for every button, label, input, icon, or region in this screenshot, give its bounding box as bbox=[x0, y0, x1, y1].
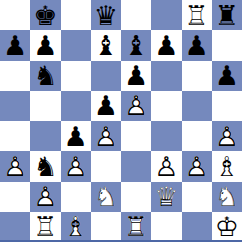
square-c1[interactable]: ♝♗ bbox=[61, 212, 91, 242]
square-g1[interactable] bbox=[182, 212, 212, 242]
square-f7[interactable]: ♟ bbox=[151, 30, 181, 60]
white-rook[interactable]: ♖ bbox=[182, 0, 212, 30]
square-b5[interactable] bbox=[30, 91, 60, 121]
square-a7[interactable]: ♟ bbox=[0, 30, 30, 60]
white-pawn-fill: ♟ bbox=[121, 91, 151, 121]
square-e5[interactable]: ♟♙ bbox=[121, 91, 151, 121]
white-knight-fill: ♞ bbox=[91, 182, 121, 212]
square-e3[interactable] bbox=[121, 151, 151, 181]
white-queen-fill: ♛ bbox=[151, 182, 181, 212]
square-b8[interactable]: ♚ bbox=[30, 0, 60, 30]
square-c7[interactable] bbox=[61, 30, 91, 60]
square-g3[interactable]: ♟♙ bbox=[182, 151, 212, 181]
white-knight[interactable]: ♘ bbox=[212, 182, 242, 212]
square-d3[interactable] bbox=[91, 151, 121, 181]
square-h7[interactable] bbox=[212, 30, 242, 60]
square-e4[interactable] bbox=[121, 121, 151, 151]
square-g6[interactable] bbox=[182, 61, 212, 91]
square-h4[interactable]: ♟♙ bbox=[212, 121, 242, 151]
white-rook-fill: ♜ bbox=[30, 212, 60, 242]
white-pawn[interactable]: ♙ bbox=[121, 91, 151, 121]
white-bishop-fill: ♝ bbox=[61, 212, 91, 242]
white-rook-fill: ♜ bbox=[182, 0, 212, 30]
square-h1[interactable]: ♚♔ bbox=[212, 212, 242, 242]
black-pawn[interactable]: ♟ bbox=[121, 61, 151, 91]
black-pawn[interactable]: ♟ bbox=[91, 91, 121, 121]
white-rook[interactable]: ♖ bbox=[30, 212, 60, 242]
white-pawn[interactable]: ♙ bbox=[151, 151, 181, 181]
white-knight[interactable]: ♘ bbox=[91, 182, 121, 212]
white-bishop[interactable]: ♗ bbox=[61, 212, 91, 242]
square-b3[interactable]: ♞ bbox=[30, 151, 60, 181]
square-g5[interactable] bbox=[182, 91, 212, 121]
white-pawn-fill: ♟ bbox=[182, 151, 212, 181]
square-a6[interactable] bbox=[0, 61, 30, 91]
black-pawn[interactable]: ♟ bbox=[0, 30, 30, 60]
black-knight[interactable]: ♞ bbox=[30, 61, 60, 91]
white-pawn[interactable]: ♙ bbox=[30, 182, 60, 212]
chess-board: ♚♛♜♖♜♟♟♝♝♟♟♞♟♟♟♟♙♟♟♙♟♙♟♙♞♟♙♟♙♟♙♝♗♟♙♞♘♛♕♞… bbox=[0, 0, 242, 242]
square-c5[interactable] bbox=[61, 91, 91, 121]
black-rook[interactable]: ♜ bbox=[212, 0, 242, 30]
white-pawn[interactable]: ♙ bbox=[212, 121, 242, 151]
square-c2[interactable] bbox=[61, 182, 91, 212]
square-c4[interactable]: ♟ bbox=[61, 121, 91, 151]
square-c3[interactable]: ♟♙ bbox=[61, 151, 91, 181]
black-bishop[interactable]: ♝ bbox=[91, 30, 121, 60]
square-a8[interactable] bbox=[0, 0, 30, 30]
white-pawn-fill: ♟ bbox=[61, 151, 91, 181]
square-h8[interactable]: ♜ bbox=[212, 0, 242, 30]
square-d7[interactable]: ♝ bbox=[91, 30, 121, 60]
square-h6[interactable]: ♟ bbox=[212, 61, 242, 91]
square-b4[interactable] bbox=[30, 121, 60, 151]
square-d5[interactable]: ♟ bbox=[91, 91, 121, 121]
square-h2[interactable]: ♞♘ bbox=[212, 182, 242, 212]
square-e8[interactable] bbox=[121, 0, 151, 30]
square-h5[interactable] bbox=[212, 91, 242, 121]
chess-board-grid: ♚♛♜♖♜♟♟♝♝♟♟♞♟♟♟♟♙♟♟♙♟♙♟♙♞♟♙♟♙♟♙♝♗♟♙♞♘♛♕♞… bbox=[0, 0, 242, 242]
square-g2[interactable] bbox=[182, 182, 212, 212]
square-d1[interactable] bbox=[91, 212, 121, 242]
white-king-fill: ♚ bbox=[212, 212, 242, 242]
white-pawn-fill: ♟ bbox=[91, 121, 121, 151]
square-b1[interactable]: ♜♖ bbox=[30, 212, 60, 242]
white-queen[interactable]: ♕ bbox=[151, 182, 181, 212]
black-pawn[interactable]: ♟ bbox=[61, 121, 91, 151]
square-a1[interactable] bbox=[0, 212, 30, 242]
square-b6[interactable]: ♞ bbox=[30, 61, 60, 91]
square-f3[interactable]: ♟♙ bbox=[151, 151, 181, 181]
square-d6[interactable] bbox=[91, 61, 121, 91]
square-d4[interactable]: ♟♙ bbox=[91, 121, 121, 151]
square-g4[interactable] bbox=[182, 121, 212, 151]
square-e2[interactable] bbox=[121, 182, 151, 212]
white-king[interactable]: ♔ bbox=[212, 212, 242, 242]
white-pawn[interactable]: ♙ bbox=[182, 151, 212, 181]
black-queen[interactable]: ♛ bbox=[91, 0, 121, 30]
white-bishop[interactable]: ♗ bbox=[212, 151, 242, 181]
square-f4[interactable] bbox=[151, 121, 181, 151]
white-pawn[interactable]: ♙ bbox=[91, 121, 121, 151]
square-g7[interactable]: ♟ bbox=[182, 30, 212, 60]
black-pawn[interactable]: ♟ bbox=[182, 30, 212, 60]
square-f1[interactable] bbox=[151, 212, 181, 242]
white-pawn-fill: ♟ bbox=[151, 151, 181, 181]
square-b2[interactable]: ♟♙ bbox=[30, 182, 60, 212]
white-pawn[interactable]: ♙ bbox=[61, 151, 91, 181]
square-f6[interactable] bbox=[151, 61, 181, 91]
square-f5[interactable] bbox=[151, 91, 181, 121]
square-a4[interactable] bbox=[0, 121, 30, 151]
white-pawn-fill: ♟ bbox=[212, 121, 242, 151]
square-c6[interactable] bbox=[61, 61, 91, 91]
white-pawn-fill: ♟ bbox=[30, 182, 60, 212]
square-b7[interactable]: ♟ bbox=[30, 30, 60, 60]
black-pawn[interactable]: ♟ bbox=[30, 30, 60, 60]
white-bishop-fill: ♝ bbox=[212, 151, 242, 181]
square-a3[interactable]: ♟♙ bbox=[0, 151, 30, 181]
square-f2[interactable]: ♛♕ bbox=[151, 182, 181, 212]
white-knight-fill: ♞ bbox=[212, 182, 242, 212]
white-pawn[interactable]: ♙ bbox=[0, 151, 30, 181]
square-a2[interactable] bbox=[0, 182, 30, 212]
black-pawn[interactable]: ♟ bbox=[212, 61, 242, 91]
square-e6[interactable]: ♟ bbox=[121, 61, 151, 91]
square-f8[interactable] bbox=[151, 0, 181, 30]
square-h3[interactable]: ♝♗ bbox=[212, 151, 242, 181]
square-e7[interactable]: ♝ bbox=[121, 30, 151, 60]
square-d8[interactable]: ♛ bbox=[91, 0, 121, 30]
black-king[interactable]: ♚ bbox=[30, 0, 60, 30]
black-pawn[interactable]: ♟ bbox=[151, 30, 181, 60]
white-pawn-fill: ♟ bbox=[0, 151, 30, 181]
square-g8[interactable]: ♜♖ bbox=[182, 0, 212, 30]
white-rook-fill: ♜ bbox=[121, 212, 151, 242]
black-knight[interactable]: ♞ bbox=[30, 151, 60, 181]
black-bishop[interactable]: ♝ bbox=[121, 30, 151, 60]
square-c8[interactable] bbox=[61, 0, 91, 30]
square-e1[interactable]: ♜♖ bbox=[121, 212, 151, 242]
square-a5[interactable] bbox=[0, 91, 30, 121]
square-d2[interactable]: ♞♘ bbox=[91, 182, 121, 212]
white-rook[interactable]: ♖ bbox=[121, 212, 151, 242]
